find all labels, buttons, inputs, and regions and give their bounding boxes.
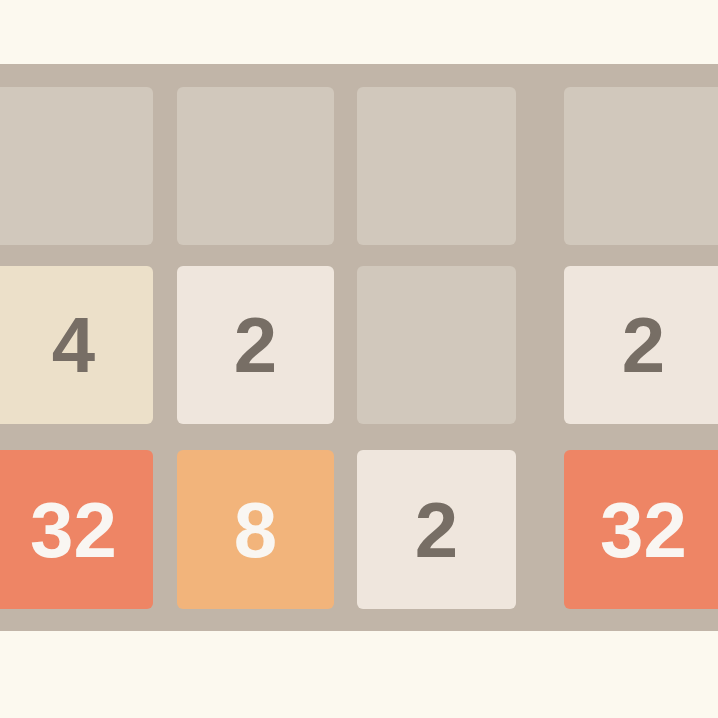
empty-cell	[357, 266, 516, 424]
tile-2: 2	[357, 450, 516, 609]
tile-4: 4	[0, 266, 153, 424]
tile-2: 2	[564, 266, 718, 424]
tile-2: 2	[177, 266, 334, 424]
empty-cell	[357, 87, 516, 245]
tile-8: 8	[177, 450, 334, 609]
board-2048[interactable]: 422328232	[0, 64, 718, 631]
empty-cell	[177, 87, 334, 245]
empty-cell	[564, 87, 718, 245]
tile-32: 32	[564, 450, 718, 609]
empty-cell	[0, 87, 153, 245]
tile-grid: 422328232	[0, 64, 718, 609]
game-viewport: 422328232	[0, 0, 718, 718]
tile-32: 32	[0, 450, 153, 609]
